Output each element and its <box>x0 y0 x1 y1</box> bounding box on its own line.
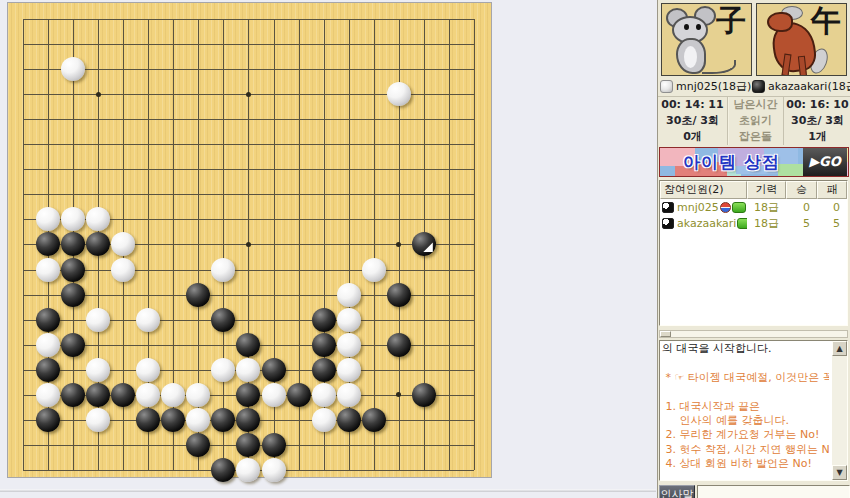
chat-line: 1. 대국시작과 끝은 <box>662 400 829 414</box>
star-point <box>396 392 401 397</box>
captures-label: 잡은돌 <box>727 129 784 145</box>
white-stone <box>61 57 85 81</box>
white-stone <box>186 383 210 407</box>
white-stone <box>387 82 411 106</box>
chat-line: 3. 헛수 착점, 시간 지연 행위는 No! <box>662 443 829 457</box>
green-badge-icon <box>737 218 747 229</box>
black-stone <box>287 383 311 407</box>
byoyomi-label: 초읽기 <box>727 113 784 129</box>
chat-input[interactable] <box>697 485 850 498</box>
white-stone <box>337 308 361 332</box>
player-row[interactable]: akazaakari18급55 <box>660 215 847 231</box>
white-stone-icon <box>660 80 673 93</box>
item-shop-banner[interactable]: 아이템 상점 ▶GO <box>659 147 849 177</box>
player-stones-icon <box>662 218 674 229</box>
header-losses: 패 <box>817 181 847 199</box>
chat-messages: 의 대국을 시작합니다. * ☞ 타이젬 대국예절, 이것만은 꼭!!! * 1… <box>660 341 831 480</box>
white-stone <box>86 207 110 231</box>
black-stone <box>236 383 260 407</box>
black-stone <box>337 408 361 432</box>
scrollbar-thumb[interactable] <box>660 331 671 337</box>
black-stone <box>36 358 60 382</box>
black-stone <box>262 358 286 382</box>
player1-name: mnj025(18급) <box>676 79 751 94</box>
black-stone <box>211 408 235 432</box>
black-stone <box>211 458 235 482</box>
player-names-row: mnj025(18급) akazaakari(18급) <box>660 78 850 94</box>
black-stone <box>36 232 60 256</box>
white-stone <box>211 258 235 282</box>
player1-avatar: 子 <box>661 3 752 76</box>
player-c3: 5 <box>817 217 847 230</box>
white-stone <box>136 308 160 332</box>
chat-line: 의 대국을 시작합니다. <box>662 342 829 356</box>
player2-avatar: 午 <box>756 3 847 76</box>
shop-go-button[interactable]: ▶GO <box>803 148 847 176</box>
player-c3: 0 <box>817 201 847 214</box>
white-stone <box>36 258 60 282</box>
header-rank: 기력 <box>747 181 786 199</box>
white-stone <box>36 207 60 231</box>
green-badge-icon <box>732 202 746 213</box>
star-point <box>396 242 401 247</box>
black-stone-icon <box>752 80 765 93</box>
black-captures: 1개 <box>784 129 850 145</box>
black-stone <box>412 383 436 407</box>
player-stones-icon <box>662 202 674 213</box>
white-stone <box>337 283 361 307</box>
zodiac-horse-hanja: 午 <box>811 4 841 38</box>
black-main-time: 00: 16: 10 <box>784 97 850 113</box>
black-stone <box>61 383 85 407</box>
side-panel: 子 午 mnj025(18급) akazaakari(18급) <box>657 0 850 498</box>
black-stone <box>186 283 210 307</box>
chat-scrollbar[interactable]: ▲ ▼ <box>832 341 847 480</box>
white-stone <box>111 232 135 256</box>
chat-line: 4. 상대 회원 비하 발언은 No! <box>662 457 829 471</box>
white-stone <box>161 383 185 407</box>
white-stone <box>86 408 110 432</box>
white-stone <box>86 358 110 382</box>
black-stone <box>262 433 286 457</box>
player-list-name: mnj025 <box>677 201 719 214</box>
white-stone <box>312 383 336 407</box>
black-stone <box>86 383 110 407</box>
black-stone <box>387 333 411 357</box>
white-stone <box>337 333 361 357</box>
white-stone <box>312 408 336 432</box>
star-point <box>246 92 251 97</box>
chat-line: 인사의 예를 갖춥니다. <box>662 414 829 428</box>
player-row[interactable]: mnj02518급00 <box>660 199 847 215</box>
chat-line: * ☞ 타이젬 대국예절, 이것만은 꼭!!! * <box>662 371 829 385</box>
scroll-up-button[interactable]: ▲ <box>832 341 847 356</box>
grid-line <box>23 270 474 271</box>
white-stone <box>36 383 60 407</box>
grid-line <box>449 19 450 470</box>
white-main-time: 00: 14: 11 <box>658 97 727 113</box>
black-stone <box>362 408 386 432</box>
player-list-header: 참여인원(2) 기력 승 패 <box>660 181 847 199</box>
header-wins: 승 <box>786 181 817 199</box>
white-stone <box>36 333 60 357</box>
black-byoyomi: 30초/ 3회 <box>784 113 850 129</box>
black-stone-last-move <box>412 232 436 256</box>
grid-line <box>374 19 375 470</box>
chat-box: 의 대국을 시작합니다. * ☞ 타이젬 대국예절, 이것만은 꼭!!! * 1… <box>659 340 848 481</box>
greeting-button[interactable]: 인사말 <box>659 485 695 498</box>
chat-input-row: 인사말 <box>659 485 850 498</box>
white-stone <box>337 383 361 407</box>
black-stone <box>61 283 85 307</box>
time-panel: 00: 14: 11 남은시간 00: 16: 10 30초/ 3회 초읽기 3… <box>658 96 850 146</box>
black-stone <box>36 408 60 432</box>
white-stone <box>262 458 286 482</box>
black-stone <box>211 308 235 332</box>
player-c2: 0 <box>786 201 817 214</box>
black-stone <box>236 408 260 432</box>
black-stone <box>61 333 85 357</box>
black-stone <box>387 283 411 307</box>
scroll-down-button[interactable]: ▼ <box>832 465 847 480</box>
game-window: 子 午 mnj025(18급) akazaakari(18급) <box>0 0 850 498</box>
item-shop-label: 아이템 상점 <box>660 151 803 174</box>
white-stone <box>236 458 260 482</box>
white-stone <box>186 408 210 432</box>
player2-name: akazaakari(18급) <box>768 79 850 94</box>
white-stone <box>111 258 135 282</box>
black-stone <box>61 232 85 256</box>
black-stone <box>61 258 85 282</box>
white-byoyomi: 30초/ 3회 <box>658 113 727 129</box>
white-stone <box>136 383 160 407</box>
divider <box>0 489 656 492</box>
black-stone <box>312 358 336 382</box>
black-stone <box>136 408 160 432</box>
zodiac-rat-hanja: 子 <box>716 4 746 38</box>
ball-badge-icon <box>720 202 731 213</box>
player-c2: 5 <box>786 217 817 230</box>
remaining-time-label: 남은시간 <box>727 97 784 113</box>
white-stone <box>86 308 110 332</box>
white-stone <box>236 358 260 382</box>
star-point <box>246 242 251 247</box>
player-c1: 18급 <box>747 216 786 231</box>
black-stone <box>186 433 210 457</box>
last-move-marker <box>423 242 433 252</box>
black-stone <box>86 232 110 256</box>
white-stone <box>337 358 361 382</box>
black-stone <box>312 333 336 357</box>
horizontal-scrollbar[interactable] <box>659 330 848 338</box>
black-stone <box>161 408 185 432</box>
white-stone <box>362 258 386 282</box>
avatar-row: 子 午 <box>661 3 847 76</box>
header-participants: 참여인원(2) <box>660 181 747 199</box>
white-stone <box>136 358 160 382</box>
white-stone <box>262 383 286 407</box>
chat-line: 2. 무리한 계가요청 거부는 No! <box>662 428 829 442</box>
black-stone <box>36 308 60 332</box>
player-list-name: akazaakari <box>677 217 736 230</box>
white-captures: 0개 <box>658 129 727 145</box>
black-stone <box>111 383 135 407</box>
grid-line <box>474 19 475 470</box>
black-stone <box>312 308 336 332</box>
chat-line <box>662 356 829 370</box>
go-board[interactable] <box>7 2 492 478</box>
white-stone <box>61 207 85 231</box>
black-stone <box>236 433 260 457</box>
white-stone <box>211 358 235 382</box>
black-stone <box>236 333 260 357</box>
player-c1: 18급 <box>747 200 786 215</box>
player-list: 참여인원(2) 기력 승 패 mnj02518급00akazaakari18급5… <box>659 180 848 326</box>
chat-line <box>662 385 829 399</box>
star-point <box>96 92 101 97</box>
